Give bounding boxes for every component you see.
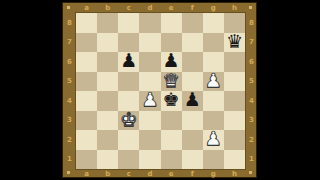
coordinate-label: b	[97, 169, 118, 179]
coordinate-label: 7	[63, 33, 76, 53]
square-g8	[203, 13, 224, 33]
coordinate-label: 4	[245, 91, 258, 111]
square-h5	[224, 72, 245, 92]
square-e3	[161, 111, 182, 131]
square-a3	[76, 111, 97, 131]
white-pawn: ♟	[141, 91, 158, 109]
square-b7	[97, 33, 118, 53]
square-d2	[139, 130, 160, 150]
coordinate-label: g	[203, 169, 224, 179]
coordinate-label: 7	[245, 33, 258, 53]
square-b3	[97, 111, 118, 131]
square-a2	[76, 130, 97, 150]
frame-corner-ornament	[249, 171, 252, 174]
coordinate-label: g	[203, 3, 224, 13]
coordinate-label: e	[161, 169, 182, 179]
coordinate-label: h	[224, 169, 245, 179]
coordinate-label: b	[97, 3, 118, 13]
square-d7	[139, 33, 160, 53]
square-b2	[97, 130, 118, 150]
file-labels-top: abcdefgh	[76, 3, 245, 13]
coordinate-label: 3	[245, 111, 258, 131]
square-f1	[182, 150, 203, 170]
square-e4: ♚	[161, 91, 182, 111]
square-c2	[118, 130, 139, 150]
white-pawn: ♟	[205, 130, 222, 148]
white-king: ♚	[120, 111, 137, 129]
coordinate-label: 6	[245, 52, 258, 72]
frame-corner-ornament	[249, 6, 252, 9]
square-g5: ♟	[203, 72, 224, 92]
coordinate-label: a	[76, 169, 97, 179]
square-d8	[139, 13, 160, 33]
square-d4: ♟	[139, 91, 160, 111]
square-g2: ♟	[203, 130, 224, 150]
square-f5	[182, 72, 203, 92]
square-c7	[118, 33, 139, 53]
rank-labels-left: 87654321	[63, 13, 76, 169]
coordinate-label: 8	[245, 13, 258, 33]
square-d5	[139, 72, 160, 92]
square-b1	[97, 150, 118, 170]
square-g4	[203, 91, 224, 111]
square-a6	[76, 52, 97, 72]
white-pawn: ♟	[205, 72, 222, 90]
square-d1	[139, 150, 160, 170]
coordinate-label: 5	[63, 72, 76, 92]
square-b8	[97, 13, 118, 33]
coordinate-label: d	[139, 169, 160, 179]
square-c4	[118, 91, 139, 111]
frame-corner-ornament	[67, 171, 70, 174]
square-h7: ♛	[224, 33, 245, 53]
coordinate-label: 3	[63, 111, 76, 131]
square-g3	[203, 111, 224, 131]
chess-board: abcdefgh abcdefgh 87654321 87654321 ♛♟♟♛…	[62, 2, 257, 178]
square-f4: ♟	[182, 91, 203, 111]
coordinate-label: e	[161, 3, 182, 13]
square-a8	[76, 13, 97, 33]
square-g6	[203, 52, 224, 72]
square-f3	[182, 111, 203, 131]
square-b4	[97, 91, 118, 111]
coordinate-label: f	[182, 169, 203, 179]
square-b5	[97, 72, 118, 92]
square-d6	[139, 52, 160, 72]
file-labels-bottom: abcdefgh	[76, 169, 245, 179]
white-queen: ♛	[163, 72, 180, 90]
coordinate-label: 2	[245, 130, 258, 150]
coordinate-label: 1	[63, 150, 76, 170]
square-h8	[224, 13, 245, 33]
coordinate-label: c	[118, 3, 139, 13]
square-a1	[76, 150, 97, 170]
board-squares: ♛♟♟♛♟♟♚♟♚♟	[76, 13, 245, 169]
coordinate-label: 1	[245, 150, 258, 170]
square-h1	[224, 150, 245, 170]
coordinate-label: a	[76, 3, 97, 13]
coordinate-label: d	[139, 3, 160, 13]
frame-corner-ornament	[67, 6, 70, 9]
video-frame-letterbox: abcdefgh abcdefgh 87654321 87654321 ♛♟♟♛…	[0, 0, 320, 180]
square-c1	[118, 150, 139, 170]
square-f8	[182, 13, 203, 33]
square-c3: ♚	[118, 111, 139, 131]
black-king: ♚	[163, 91, 180, 109]
coordinate-label: h	[224, 3, 245, 13]
square-b6	[97, 52, 118, 72]
square-a7	[76, 33, 97, 53]
black-pawn: ♟	[163, 52, 180, 70]
square-e1	[161, 150, 182, 170]
square-g1	[203, 150, 224, 170]
black-queen: ♛	[226, 33, 243, 51]
square-c6: ♟	[118, 52, 139, 72]
black-pawn: ♟	[184, 91, 201, 109]
coordinate-label: 4	[63, 91, 76, 111]
square-h3	[224, 111, 245, 131]
square-e7	[161, 33, 182, 53]
coordinate-label: c	[118, 169, 139, 179]
square-a4	[76, 91, 97, 111]
coordinate-label: 2	[63, 130, 76, 150]
square-e5: ♛	[161, 72, 182, 92]
rank-labels-right: 87654321	[245, 13, 258, 169]
coordinate-label: 6	[63, 52, 76, 72]
square-c5	[118, 72, 139, 92]
square-d3	[139, 111, 160, 131]
black-pawn: ♟	[120, 52, 137, 70]
square-h2	[224, 130, 245, 150]
square-h4	[224, 91, 245, 111]
square-g7	[203, 33, 224, 53]
coordinate-label: f	[182, 3, 203, 13]
coordinate-label: 5	[245, 72, 258, 92]
square-f6	[182, 52, 203, 72]
square-f7	[182, 33, 203, 53]
square-a5	[76, 72, 97, 92]
square-e2	[161, 130, 182, 150]
coordinate-label: 8	[63, 13, 76, 33]
square-e8	[161, 13, 182, 33]
square-c8	[118, 13, 139, 33]
square-h6	[224, 52, 245, 72]
square-e6: ♟	[161, 52, 182, 72]
square-f2	[182, 130, 203, 150]
